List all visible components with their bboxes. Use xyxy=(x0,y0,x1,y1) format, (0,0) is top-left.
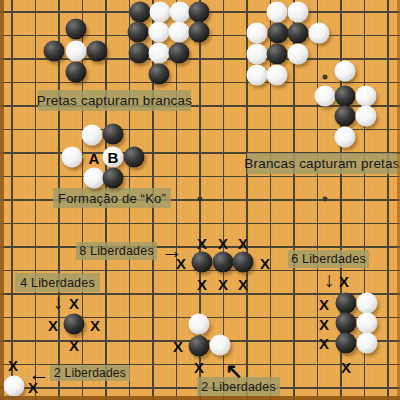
white-stone xyxy=(356,86,377,107)
board-cell xyxy=(282,118,306,142)
board-cell xyxy=(188,47,212,71)
board-cell xyxy=(235,329,259,353)
board-cell xyxy=(118,259,142,283)
black-stone xyxy=(130,2,151,23)
black-stone xyxy=(189,22,210,43)
board-cell xyxy=(141,141,165,165)
white-stone xyxy=(169,22,190,43)
board-cell xyxy=(165,141,189,165)
black-stone xyxy=(128,22,149,43)
liberty-x-mark: X xyxy=(8,358,18,373)
board-cell xyxy=(212,212,236,236)
board-cell xyxy=(212,71,236,95)
board-cell xyxy=(47,118,71,142)
black-stone xyxy=(336,333,357,354)
board-cell xyxy=(141,353,165,377)
black-stone xyxy=(189,2,210,23)
board-cell xyxy=(141,306,165,330)
white-stone xyxy=(66,41,87,62)
board-cell xyxy=(118,306,142,330)
liberty-x-mark: X xyxy=(194,360,204,375)
board-edge-bottom xyxy=(0,396,400,400)
white-stone xyxy=(149,43,170,64)
board-cell xyxy=(353,24,377,48)
black-stone xyxy=(335,86,356,107)
black-stone xyxy=(335,106,356,127)
white-stone xyxy=(170,2,191,23)
board-cell xyxy=(212,141,236,165)
board-cell xyxy=(235,94,259,118)
board-cell xyxy=(259,94,283,118)
label-pretas-capturam-brancas: Pretas capturam brancas xyxy=(38,90,191,111)
board-cell xyxy=(212,188,236,212)
board-cell xyxy=(353,212,377,236)
liberty-x-mark: X xyxy=(238,236,248,251)
white-stone xyxy=(357,313,378,334)
liberty-x-mark: X xyxy=(260,256,270,271)
white-stone xyxy=(288,2,309,23)
white-stone xyxy=(150,2,171,23)
board-cell xyxy=(259,212,283,236)
board-cell xyxy=(165,165,189,189)
board-cell xyxy=(282,353,306,377)
white-stone xyxy=(84,168,105,189)
board-cell xyxy=(353,353,377,377)
board-cell xyxy=(24,306,48,330)
down-arrow-icon: ↓ xyxy=(53,291,64,312)
white-stone xyxy=(247,44,268,65)
white-stone xyxy=(357,293,378,314)
white-stone xyxy=(356,106,377,127)
white-stone xyxy=(267,65,288,86)
board-cell xyxy=(118,212,142,236)
go-board-diagram: Pretas capturam brancasBrancas capturam … xyxy=(0,0,400,400)
board-cell xyxy=(282,94,306,118)
liberty-x-mark: X xyxy=(339,274,349,289)
black-stone xyxy=(64,314,85,335)
board-cell xyxy=(259,282,283,306)
liberty-x-mark: X xyxy=(48,318,58,333)
hoshi-point xyxy=(323,197,328,202)
board-cell xyxy=(188,212,212,236)
board-cell xyxy=(259,353,283,377)
board-cell xyxy=(165,118,189,142)
board-cell xyxy=(212,0,236,24)
board-cell xyxy=(259,306,283,330)
board-cell xyxy=(165,212,189,236)
board-cell xyxy=(24,212,48,236)
label-6-liberdades: 6 Liberdades xyxy=(288,250,369,268)
white-stone xyxy=(288,44,309,65)
white-stone xyxy=(315,86,336,107)
label-8-liberdades: 8 Liberdades xyxy=(76,242,157,260)
board-cell xyxy=(212,118,236,142)
liberty-x-mark: X xyxy=(341,360,351,375)
point-letter-b: B xyxy=(108,150,119,165)
white-stone xyxy=(4,376,25,397)
hoshi-point xyxy=(323,75,328,80)
black-stone xyxy=(336,293,357,314)
board-cell xyxy=(47,212,71,236)
board-cell xyxy=(165,282,189,306)
label-formacao-de-ko: Formação de “Ko” xyxy=(53,188,171,208)
board-cell xyxy=(24,329,48,353)
board-cell xyxy=(94,212,118,236)
board-cell xyxy=(141,282,165,306)
board-cell xyxy=(141,165,165,189)
board-cell xyxy=(259,329,283,353)
board-cell xyxy=(282,188,306,212)
board-cell xyxy=(24,141,48,165)
liberty-x-mark: X xyxy=(173,339,183,354)
liberty-x-mark: X xyxy=(319,317,329,332)
board-cell xyxy=(24,24,48,48)
board-cell xyxy=(259,118,283,142)
board-edge-left xyxy=(0,0,4,400)
hoshi-point xyxy=(198,197,203,202)
board-cell xyxy=(235,188,259,212)
label-brancas-capturam-pretas: Brancas capturam pretas xyxy=(247,153,397,174)
board-cell xyxy=(306,0,330,24)
board-cell xyxy=(259,188,283,212)
white-stone xyxy=(62,147,83,168)
white-stone xyxy=(149,22,170,43)
black-stone xyxy=(268,23,289,44)
board-cell xyxy=(118,329,142,353)
white-stone xyxy=(357,333,378,354)
board-cell xyxy=(235,118,259,142)
board-cell xyxy=(47,0,71,24)
black-stone xyxy=(44,41,65,62)
point-letter-a: A xyxy=(89,151,100,166)
board-cell xyxy=(24,188,48,212)
board-cell xyxy=(141,212,165,236)
board-cell xyxy=(165,353,189,377)
liberty-x-mark: X xyxy=(319,297,329,312)
liberty-x-mark: X xyxy=(197,236,207,251)
board-cell xyxy=(141,118,165,142)
left-arrow-icon: ← xyxy=(29,363,50,384)
white-stone xyxy=(82,125,103,146)
white-stone xyxy=(210,335,231,356)
black-stone xyxy=(288,23,309,44)
black-stone xyxy=(129,43,150,64)
board-cell xyxy=(235,212,259,236)
liberty-x-mark: X xyxy=(238,277,248,292)
black-stone xyxy=(66,62,87,83)
board-cell xyxy=(306,118,330,142)
board-cell xyxy=(353,47,377,71)
board-cell xyxy=(188,71,212,95)
white-stone xyxy=(247,23,268,44)
white-stone xyxy=(189,314,210,335)
board-cell xyxy=(306,353,330,377)
board-cell xyxy=(47,165,71,189)
liberty-x-mark: X xyxy=(218,236,228,251)
black-stone xyxy=(169,43,190,64)
black-stone xyxy=(124,147,145,168)
black-stone xyxy=(213,252,234,273)
board-cell xyxy=(24,0,48,24)
board-cell xyxy=(212,47,236,71)
board-cell xyxy=(24,165,48,189)
black-stone xyxy=(66,19,87,40)
board-cell xyxy=(282,306,306,330)
board-cell xyxy=(306,212,330,236)
board-cell xyxy=(94,0,118,24)
board-cell xyxy=(235,306,259,330)
board-cell xyxy=(329,212,353,236)
board-cell xyxy=(329,188,353,212)
liberty-x-mark: X xyxy=(69,338,79,353)
board-cell xyxy=(141,329,165,353)
board-cell xyxy=(212,165,236,189)
black-stone xyxy=(87,41,108,62)
board-cell xyxy=(329,0,353,24)
white-stone xyxy=(335,127,356,148)
board-cell xyxy=(282,329,306,353)
board-cell xyxy=(353,188,377,212)
white-stone xyxy=(309,23,330,44)
up-left-arrow-icon: ↖ xyxy=(225,360,243,381)
board-cell xyxy=(329,24,353,48)
black-stone xyxy=(103,168,124,189)
board-cell xyxy=(24,235,48,259)
liberty-x-mark: X xyxy=(90,318,100,333)
liberty-x-mark: X xyxy=(197,277,207,292)
right-arrow-icon: → xyxy=(162,240,183,261)
board-cell xyxy=(141,259,165,283)
board-cell xyxy=(235,0,259,24)
liberty-x-mark: X xyxy=(218,277,228,292)
board-cell xyxy=(118,282,142,306)
board-cell xyxy=(282,282,306,306)
board-cell xyxy=(71,212,95,236)
board-cell xyxy=(212,306,236,330)
board-cell xyxy=(188,118,212,142)
down-arrow-icon: ↓ xyxy=(324,269,335,290)
liberty-x-mark: X xyxy=(319,336,329,351)
board-cell xyxy=(212,94,236,118)
black-stone xyxy=(192,252,213,273)
board-cell xyxy=(306,47,330,71)
white-stone xyxy=(335,61,356,82)
board-cell xyxy=(282,212,306,236)
board-cell xyxy=(188,141,212,165)
board-cell xyxy=(212,24,236,48)
black-stone xyxy=(233,252,254,273)
black-stone xyxy=(336,313,357,334)
black-stone xyxy=(149,64,170,85)
black-stone xyxy=(103,124,124,145)
board-cell xyxy=(188,165,212,189)
liberty-x-mark: X xyxy=(69,296,79,311)
white-stone xyxy=(247,65,268,86)
board-cell xyxy=(47,235,71,259)
black-stone xyxy=(189,336,210,357)
board-cell xyxy=(353,0,377,24)
board-cell xyxy=(24,118,48,142)
white-stone xyxy=(267,2,288,23)
board-cell xyxy=(165,306,189,330)
black-stone xyxy=(267,44,288,65)
label-2-liberdades-corner: 2 Liberdades xyxy=(50,365,130,381)
